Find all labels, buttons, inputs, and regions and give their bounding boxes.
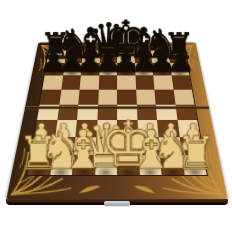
square-a6[interactable] — [42, 76, 62, 90]
board-grid: ♜♞♝♛♚♝♞♜♟♟♟♟♟♟♟♟♟♟♟♟♟♟♟♟♜♞♝♛♚♝♞♜ — [27, 51, 206, 175]
square-d5[interactable] — [98, 90, 117, 105]
carved-leaf-motif — [131, 182, 158, 196]
product-photo: ♜♞♝♛♚♝♞♜♟♟♟♟♟♟♟♟♟♟♟♟♟♟♟♟♜♞♝♛♚♝♞♜ — [0, 0, 232, 232]
square-f6[interactable] — [135, 76, 154, 90]
carved-leaf-motif — [76, 182, 103, 196]
piece-white-rook[interactable]: ♜ — [159, 130, 232, 176]
square-h5[interactable] — [173, 90, 194, 105]
chess-board[interactable]: ♜♞♝♛♚♝♞♜♟♟♟♟♟♟♟♟♟♟♟♟♟♟♟♟♜♞♝♛♚♝♞♜ — [6, 43, 228, 201]
hinge-clasp-icon — [104, 201, 130, 206]
square-g6[interactable] — [153, 76, 173, 90]
piece-black-pawn[interactable]: ♟ — [151, 45, 210, 77]
square-g5[interactable] — [154, 90, 175, 105]
square-c5[interactable] — [78, 90, 98, 105]
square-h1[interactable]: ♜ — [182, 155, 207, 175]
square-h6[interactable] — [171, 76, 191, 90]
square-a5[interactable] — [40, 90, 61, 105]
square-e5[interactable] — [117, 90, 136, 105]
square-b6[interactable] — [61, 76, 81, 90]
square-e6[interactable] — [117, 76, 136, 90]
square-f5[interactable] — [136, 90, 156, 105]
square-c6[interactable] — [80, 76, 99, 90]
board-perspective-wrapper: ♜♞♝♛♚♝♞♜♟♟♟♟♟♟♟♟♟♟♟♟♟♟♟♟♜♞♝♛♚♝♞♜ — [25, 16, 209, 200]
square-h7[interactable]: ♟ — [170, 63, 190, 76]
square-d6[interactable] — [98, 76, 117, 90]
square-b5[interactable] — [59, 90, 80, 105]
